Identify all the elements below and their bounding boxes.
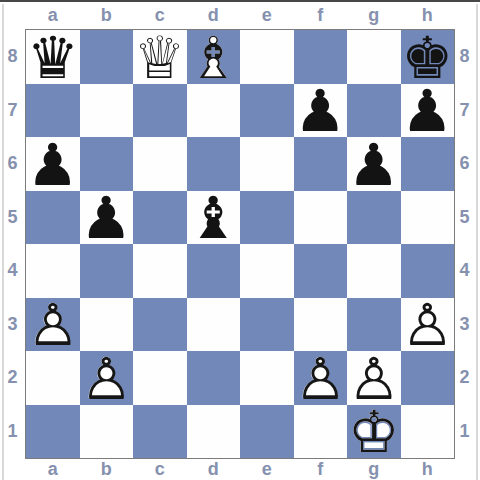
piece-outline: ♔ <box>348 398 400 466</box>
piece-outline: ♗ <box>187 24 239 92</box>
top-file-labels: abcdefgh <box>26 2 454 28</box>
square-f6[interactable] <box>294 137 348 191</box>
square-b3[interactable] <box>80 298 134 352</box>
square-b8[interactable] <box>80 30 134 84</box>
file-label-a: a <box>26 458 80 480</box>
square-d8[interactable]: ♝♗ <box>187 30 241 84</box>
square-d2[interactable] <box>187 351 241 405</box>
square-f5[interactable] <box>294 191 348 245</box>
square-a3[interactable]: ♟♙ <box>26 298 80 352</box>
square-b4[interactable] <box>80 244 134 298</box>
rank-label-4: 4 <box>453 244 476 298</box>
square-g8[interactable] <box>347 30 401 84</box>
white-pawn-b2[interactable]: ♟♙ <box>80 350 132 408</box>
file-label-f: f <box>294 458 348 480</box>
square-b6[interactable] <box>80 137 134 191</box>
square-c8[interactable]: ♛♕ <box>133 30 187 84</box>
black-pawn-b5[interactable]: ♟ <box>80 189 132 247</box>
rank-label-7: 7 <box>453 84 476 138</box>
square-h2[interactable] <box>401 351 455 405</box>
file-label-b: b <box>80 458 134 480</box>
square-d7[interactable] <box>187 84 241 138</box>
chess-diagram: abcdefgh abcdefgh 87654321 87654321 ♛♛♕♝… <box>0 0 480 480</box>
right-edge-line <box>476 4 478 480</box>
square-h8[interactable]: ♚ <box>401 30 455 84</box>
piece-outline: ♙ <box>401 291 453 359</box>
square-g6[interactable]: ♟ <box>347 137 401 191</box>
black-pawn-f7[interactable]: ♟ <box>294 82 346 140</box>
rank-label-2: 2 <box>0 351 25 405</box>
square-d5[interactable]: ♝ <box>187 191 241 245</box>
black-pawn-a6[interactable]: ♟ <box>27 136 79 194</box>
rank-label-5: 5 <box>0 191 25 245</box>
file-label-g: g <box>347 2 401 28</box>
square-a1[interactable] <box>26 405 80 459</box>
right-rank-labels: 87654321 <box>453 30 476 458</box>
square-f1[interactable] <box>294 405 348 459</box>
square-e3[interactable] <box>240 298 294 352</box>
square-c6[interactable] <box>133 137 187 191</box>
rank-label-5: 5 <box>453 191 476 245</box>
square-a7[interactable] <box>26 84 80 138</box>
square-e2[interactable] <box>240 351 294 405</box>
piece-outline: ♙ <box>27 291 79 359</box>
square-f7[interactable]: ♟ <box>294 84 348 138</box>
square-a4[interactable] <box>26 244 80 298</box>
square-d3[interactable] <box>187 298 241 352</box>
rank-label-8: 8 <box>453 30 476 84</box>
square-a6[interactable]: ♟ <box>26 137 80 191</box>
square-e4[interactable] <box>240 244 294 298</box>
rank-label-6: 6 <box>0 137 25 191</box>
rank-label-1: 1 <box>0 405 25 459</box>
board: ♛♛♕♝♗♚♟♟♟♟♟♝♟♙♟♙♟♙♟♙♟♙♚♔ <box>25 29 455 459</box>
square-g1[interactable]: ♚♔ <box>347 405 401 459</box>
square-d6[interactable] <box>187 137 241 191</box>
piece-outline: ♙ <box>80 345 132 413</box>
black-pawn-g6[interactable]: ♟ <box>348 136 400 194</box>
square-b5[interactable]: ♟ <box>80 191 134 245</box>
square-g7[interactable] <box>347 84 401 138</box>
rank-label-8: 8 <box>0 30 25 84</box>
square-g2[interactable]: ♟♙ <box>347 351 401 405</box>
square-e7[interactable] <box>240 84 294 138</box>
white-queen-c8[interactable]: ♛♕ <box>134 29 186 87</box>
square-e5[interactable] <box>240 191 294 245</box>
black-queen-a8[interactable]: ♛ <box>27 29 79 87</box>
square-b2[interactable]: ♟♙ <box>80 351 134 405</box>
square-h3[interactable]: ♟♙ <box>401 298 455 352</box>
square-g4[interactable] <box>347 244 401 298</box>
file-label-h: h <box>401 458 455 480</box>
square-c2[interactable] <box>133 351 187 405</box>
white-pawn-a3[interactable]: ♟♙ <box>27 296 79 354</box>
rank-label-6: 6 <box>453 137 476 191</box>
square-h6[interactable] <box>401 137 455 191</box>
square-b7[interactable] <box>80 84 134 138</box>
square-c3[interactable] <box>133 298 187 352</box>
square-e1[interactable] <box>240 405 294 459</box>
file-label-c: c <box>133 458 187 480</box>
rank-label-2: 2 <box>453 351 476 405</box>
square-a8[interactable]: ♛ <box>26 30 80 84</box>
square-a2[interactable] <box>26 351 80 405</box>
square-h4[interactable] <box>401 244 455 298</box>
square-h1[interactable] <box>401 405 455 459</box>
file-label-b: b <box>80 2 134 28</box>
square-g3[interactable] <box>347 298 401 352</box>
file-label-d: d <box>187 458 241 480</box>
square-b1[interactable] <box>80 405 134 459</box>
square-d1[interactable] <box>187 405 241 459</box>
piece-outline: ♙ <box>294 345 346 413</box>
square-e6[interactable] <box>240 137 294 191</box>
square-f2[interactable]: ♟♙ <box>294 351 348 405</box>
white-pawn-f2[interactable]: ♟♙ <box>294 350 346 408</box>
square-c7[interactable] <box>133 84 187 138</box>
rank-label-7: 7 <box>0 84 25 138</box>
rank-label-3: 3 <box>0 298 25 352</box>
square-d4[interactable] <box>187 244 241 298</box>
square-f4[interactable] <box>294 244 348 298</box>
square-h7[interactable]: ♟ <box>401 84 455 138</box>
rank-label-3: 3 <box>453 298 476 352</box>
black-bishop-d5[interactable]: ♝ <box>187 189 239 247</box>
left-rank-labels: 87654321 <box>0 30 25 458</box>
file-label-e: e <box>240 458 294 480</box>
white-bishop-d8[interactable]: ♝♗ <box>187 29 239 87</box>
file-label-f: f <box>294 2 348 28</box>
square-e8[interactable] <box>240 30 294 84</box>
square-c5[interactable] <box>133 191 187 245</box>
rank-label-4: 4 <box>0 244 25 298</box>
black-pawn-h7[interactable]: ♟ <box>401 82 453 140</box>
piece-outline: ♕ <box>134 24 186 92</box>
square-h5[interactable] <box>401 191 455 245</box>
rank-label-1: 1 <box>453 405 476 459</box>
square-g5[interactable] <box>347 191 401 245</box>
square-c4[interactable] <box>133 244 187 298</box>
white-king-g1[interactable]: ♚♔ <box>348 403 400 461</box>
square-c1[interactable] <box>133 405 187 459</box>
file-label-e: e <box>240 2 294 28</box>
square-f3[interactable] <box>294 298 348 352</box>
white-pawn-h3[interactable]: ♟♙ <box>401 296 453 354</box>
square-a5[interactable] <box>26 191 80 245</box>
square-f8[interactable] <box>294 30 348 84</box>
